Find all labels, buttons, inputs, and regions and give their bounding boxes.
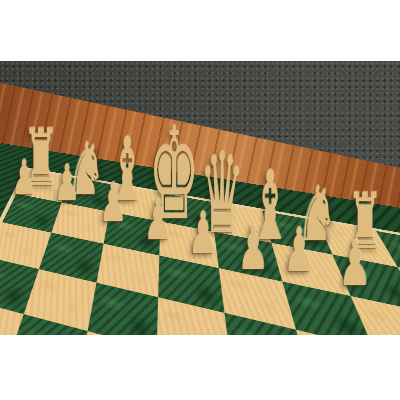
piece-white-pawn-d2: ♟ — [188, 204, 218, 262]
piece-white-pawn-f2: ♟ — [99, 176, 127, 230]
white-margin-bottom — [0, 335, 400, 400]
piece-white-pawn-g2: ♟ — [54, 158, 80, 208]
pieces-layer: ♜♞♝♛♚♝♞♜♟♟♟♟♟♟♟♟ — [0, 61, 400, 335]
piece-white-pawn-e2: ♟ — [143, 192, 172, 248]
white-margin-top — [0, 0, 400, 61]
piece-white-pawn-a2: ♟ — [339, 232, 372, 295]
piece-white-pawn-h2: ♟ — [12, 153, 37, 201]
chess-set-photo: ♜♞♝♛♚♝♞♜♟♟♟♟♟♟♟♟ — [0, 61, 400, 335]
piece-white-pawn-c2: ♟ — [237, 217, 269, 278]
product-photo-page: ♜♞♝♛♚♝♞♜♟♟♟♟♟♟♟♟ — [0, 0, 400, 400]
piece-white-pawn-b2: ♟ — [283, 219, 315, 280]
